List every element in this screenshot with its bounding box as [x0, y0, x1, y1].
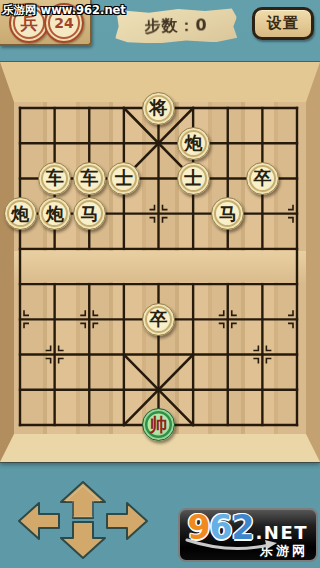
piece-char: 炮 [46, 205, 64, 223]
xiangqi-piece-black-马[interactable]: 马 [211, 197, 244, 230]
xiangqi-piece-black-士[interactable]: 士 [107, 162, 140, 195]
xiangqi-piece-black-炮[interactable]: 炮 [38, 197, 71, 230]
xiangqi-board[interactable]: 将炮车车士士卒炮炮马马卒帅 [0, 62, 320, 462]
dpad-up-button[interactable] [60, 481, 106, 519]
piece-char: 炮 [184, 134, 202, 152]
settings-button[interactable]: 设置 [252, 7, 314, 40]
xiangqi-piece-red_selected-帅[interactable]: 帅 [142, 408, 175, 441]
xiangqi-piece-black-士[interactable]: 士 [177, 162, 210, 195]
dpad-controls [0, 470, 170, 568]
piece-char: 卒 [150, 310, 168, 328]
xiangqi-piece-black-将[interactable]: 将 [142, 92, 175, 125]
piece-char: 炮 [11, 205, 29, 223]
xiangqi-piece-black-卒[interactable]: 卒 [142, 303, 175, 336]
steps-counter-text: 步数：0 [144, 15, 208, 37]
site-logo: 9 6 2 .NET 乐游网 [178, 508, 318, 562]
piece-char: 卒 [253, 169, 271, 187]
xiangqi-piece-black-车[interactable]: 车 [38, 162, 71, 195]
piece-char: 车 [80, 169, 98, 187]
swoosh-arrow-icon [185, 537, 277, 553]
dpad-down-button[interactable] [60, 521, 106, 559]
piece-char: 车 [46, 169, 64, 187]
xiangqi-piece-black-卒[interactable]: 卒 [246, 162, 279, 195]
piece-char: 士 [184, 169, 202, 187]
xiangqi-piece-black-马[interactable]: 马 [73, 197, 106, 230]
watermark-top: 乐游网 www.962.net [2, 3, 126, 18]
xiangqi-piece-black-炮[interactable]: 炮 [177, 127, 210, 160]
arrow-down-icon [60, 521, 106, 559]
xiangqi-piece-black-炮[interactable]: 炮 [4, 197, 37, 230]
dpad-left-button[interactable] [18, 502, 60, 540]
arrow-right-icon [106, 502, 148, 540]
settings-button-label: 设置 [267, 14, 299, 33]
arrow-up-icon [60, 481, 106, 519]
piece-char: 士 [115, 169, 133, 187]
xiangqi-piece-black-车[interactable]: 车 [73, 162, 106, 195]
dpad-right-button[interactable] [106, 502, 148, 540]
piece-char: 帅 [150, 416, 168, 434]
arrow-left-icon [18, 502, 60, 540]
piece-char: 将 [150, 99, 168, 117]
piece-layer: 将炮车车士士卒炮炮马马卒帅 [14, 102, 306, 434]
piece-char: 马 [219, 205, 237, 223]
steps-counter: 步数：0 [115, 8, 238, 45]
piece-char: 马 [80, 205, 98, 223]
game-screen: 兵 24 乐游网 www.962.net 步数：0 设置 将炮车车士士卒炮炮马马… [0, 0, 320, 568]
